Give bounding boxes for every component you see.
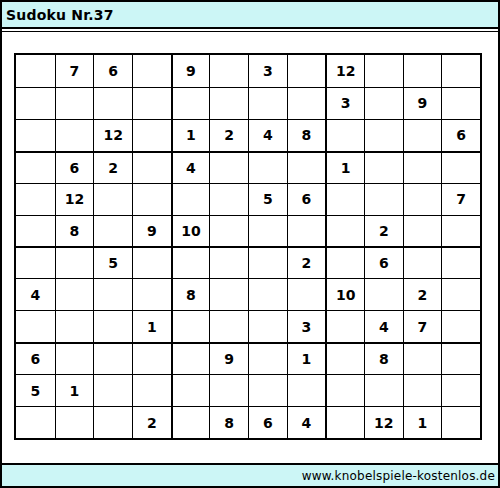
cell-r11c11[interactable] [403, 374, 442, 406]
cell-r2c6[interactable] [209, 87, 248, 119]
cell-r4c11[interactable] [403, 151, 442, 183]
cell-r5c11[interactable] [403, 183, 442, 215]
cell-r9c6[interactable] [209, 310, 248, 342]
cell-r2c8[interactable] [287, 87, 326, 119]
cell-r1c10[interactable] [364, 55, 403, 87]
cell-r6c8[interactable] [287, 215, 326, 247]
cell-r10c9[interactable] [325, 342, 364, 374]
cell-r2c9: 3 [325, 87, 364, 119]
cell-r5c9[interactable] [325, 183, 364, 215]
cell-r9c7[interactable] [248, 310, 287, 342]
cell-r3c4[interactable] [132, 119, 171, 151]
cell-r12c4: 2 [132, 406, 171, 438]
sudoku-board: 7693123912124866241125678910252648102134… [14, 53, 482, 440]
cell-r3c7: 4 [248, 119, 287, 151]
cell-r1c9: 12 [325, 55, 364, 87]
cell-r6c1[interactable] [16, 215, 55, 247]
cell-r9c11: 7 [403, 310, 442, 342]
cell-r3c2[interactable] [55, 119, 94, 151]
cell-r1c11[interactable] [403, 55, 442, 87]
cell-r4c6[interactable] [209, 151, 248, 183]
cell-r7c11[interactable] [403, 246, 442, 278]
cell-r3c8: 8 [287, 119, 326, 151]
cell-r5c6[interactable] [209, 183, 248, 215]
cell-r8c6[interactable] [209, 278, 248, 310]
cell-r10c5[interactable] [171, 342, 210, 374]
cell-r3c3: 12 [93, 119, 132, 151]
cell-r8c11: 2 [403, 278, 442, 310]
cell-r2c12[interactable] [441, 87, 480, 119]
cell-r5c4[interactable] [132, 183, 171, 215]
footer-url: www.knobelspiele-kostenlos.de [302, 469, 495, 483]
cell-r6c5: 10 [171, 215, 210, 247]
cell-r10c8: 1 [287, 342, 326, 374]
cell-r1c2: 7 [55, 55, 94, 87]
cell-r7c3: 5 [93, 246, 132, 278]
cell-r9c5[interactable] [171, 310, 210, 342]
cell-r12c3[interactable] [93, 406, 132, 438]
cell-r8c7[interactable] [248, 278, 287, 310]
cell-r10c12[interactable] [441, 342, 480, 374]
cell-r11c1: 5 [16, 374, 55, 406]
cell-r1c5: 9 [171, 55, 210, 87]
content-area: 7693123912124866241125678910252648102134… [2, 32, 498, 463]
cell-r12c6: 8 [209, 406, 248, 438]
cell-r7c12[interactable] [441, 246, 480, 278]
cell-r7c2[interactable] [55, 246, 94, 278]
cell-r1c4[interactable] [132, 55, 171, 87]
cell-r4c9: 1 [325, 151, 364, 183]
cell-r7c7[interactable] [248, 246, 287, 278]
cell-r11c7[interactable] [248, 374, 287, 406]
cell-r2c7[interactable] [248, 87, 287, 119]
cell-r8c2[interactable] [55, 278, 94, 310]
cell-r4c12[interactable] [441, 151, 480, 183]
cell-r11c8[interactable] [287, 374, 326, 406]
cell-r11c9[interactable] [325, 374, 364, 406]
cell-r1c8[interactable] [287, 55, 326, 87]
cell-r7c6[interactable] [209, 246, 248, 278]
cell-r8c4[interactable] [132, 278, 171, 310]
cell-r12c12[interactable] [441, 406, 480, 438]
cell-r8c12[interactable] [441, 278, 480, 310]
cell-r5c1[interactable] [16, 183, 55, 215]
cell-r3c5: 1 [171, 119, 210, 151]
cell-r8c1: 4 [16, 278, 55, 310]
cell-r12c7: 6 [248, 406, 287, 438]
title-bar: Sudoku Nr.37 [2, 0, 498, 29]
footer-bar: www.knobelspiele-kostenlos.de [2, 463, 498, 488]
page-title: Sudoku Nr.37 [6, 7, 114, 23]
cell-r6c6[interactable] [209, 215, 248, 247]
cell-r9c1[interactable] [16, 310, 55, 342]
cell-r2c5[interactable] [171, 87, 210, 119]
cell-r6c4: 9 [132, 215, 171, 247]
cell-r5c8: 6 [287, 183, 326, 215]
cell-r11c3[interactable] [93, 374, 132, 406]
cell-r11c12[interactable] [441, 374, 480, 406]
cell-r12c11: 1 [403, 406, 442, 438]
cell-r3c10[interactable] [364, 119, 403, 151]
cell-r3c9[interactable] [325, 119, 364, 151]
cell-r10c7[interactable] [248, 342, 287, 374]
cell-r2c10[interactable] [364, 87, 403, 119]
cell-r3c6: 2 [209, 119, 248, 151]
cell-r6c12[interactable] [441, 215, 480, 247]
cell-r2c4[interactable] [132, 87, 171, 119]
cell-r7c10: 6 [364, 246, 403, 278]
cell-r8c5: 8 [171, 278, 210, 310]
cell-r6c9[interactable] [325, 215, 364, 247]
cell-r5c5[interactable] [171, 183, 210, 215]
cell-r12c1[interactable] [16, 406, 55, 438]
cell-r1c6[interactable] [209, 55, 248, 87]
cell-r11c10[interactable] [364, 374, 403, 406]
cell-r4c4[interactable] [132, 151, 171, 183]
cell-r9c3[interactable] [93, 310, 132, 342]
cell-r11c6[interactable] [209, 374, 248, 406]
cell-r5c3[interactable] [93, 183, 132, 215]
cell-r10c6: 9 [209, 342, 248, 374]
cell-r10c2[interactable] [55, 342, 94, 374]
cell-r12c9[interactable] [325, 406, 364, 438]
cell-r5c2: 12 [55, 183, 94, 215]
cell-r9c9[interactable] [325, 310, 364, 342]
cell-r8c3[interactable] [93, 278, 132, 310]
cell-r12c8: 4 [287, 406, 326, 438]
cell-r2c2[interactable] [55, 87, 94, 119]
page: Sudoku Nr.37 769312391212486624112567891… [0, 0, 500, 488]
cell-r12c10: 12 [364, 406, 403, 438]
cell-r12c2[interactable] [55, 406, 94, 438]
cell-r10c10: 8 [364, 342, 403, 374]
cell-r9c8: 3 [287, 310, 326, 342]
cell-r7c8: 2 [287, 246, 326, 278]
cell-r10c11[interactable] [403, 342, 442, 374]
cell-r3c11[interactable] [403, 119, 442, 151]
cell-r5c7: 5 [248, 183, 287, 215]
cell-r1c1[interactable] [16, 55, 55, 87]
cell-r4c2: 6 [55, 151, 94, 183]
cell-r8c8[interactable] [287, 278, 326, 310]
cell-r3c12: 6 [441, 119, 480, 151]
cell-r6c7[interactable] [248, 215, 287, 247]
cell-r9c12[interactable] [441, 310, 480, 342]
cell-r4c8[interactable] [287, 151, 326, 183]
cell-r9c4: 1 [132, 310, 171, 342]
cell-r11c4[interactable] [132, 374, 171, 406]
cell-r11c2: 1 [55, 374, 94, 406]
cell-r12c5[interactable] [171, 406, 210, 438]
cell-r11c5[interactable] [171, 374, 210, 406]
cell-r9c10: 4 [364, 310, 403, 342]
cell-r9c2[interactable] [55, 310, 94, 342]
cell-r6c10: 2 [364, 215, 403, 247]
cell-r7c9[interactable] [325, 246, 364, 278]
cell-r2c11: 9 [403, 87, 442, 119]
cell-r3c1[interactable] [16, 119, 55, 151]
cell-r5c10[interactable] [364, 183, 403, 215]
cell-r8c9: 10 [325, 278, 364, 310]
cell-r4c7[interactable] [248, 151, 287, 183]
cell-r10c4[interactable] [132, 342, 171, 374]
cell-r6c11[interactable] [403, 215, 442, 247]
cell-r10c1: 6 [16, 342, 55, 374]
cell-r1c12[interactable] [441, 55, 480, 87]
cell-r4c10[interactable] [364, 151, 403, 183]
cell-r8c10[interactable] [364, 278, 403, 310]
cell-r6c2: 8 [55, 215, 94, 247]
cell-r2c3[interactable] [93, 87, 132, 119]
cell-r4c5: 4 [171, 151, 210, 183]
cell-r2c1[interactable] [16, 87, 55, 119]
cell-r1c7: 3 [248, 55, 287, 87]
cell-r4c1[interactable] [16, 151, 55, 183]
cell-r10c3[interactable] [93, 342, 132, 374]
cell-r6c3[interactable] [93, 215, 132, 247]
cell-r1c3: 6 [93, 55, 132, 87]
cell-r7c4[interactable] [132, 246, 171, 278]
cell-r7c1[interactable] [16, 246, 55, 278]
cell-r4c3: 2 [93, 151, 132, 183]
cell-r7c5[interactable] [171, 246, 210, 278]
cell-r5c12: 7 [441, 183, 480, 215]
